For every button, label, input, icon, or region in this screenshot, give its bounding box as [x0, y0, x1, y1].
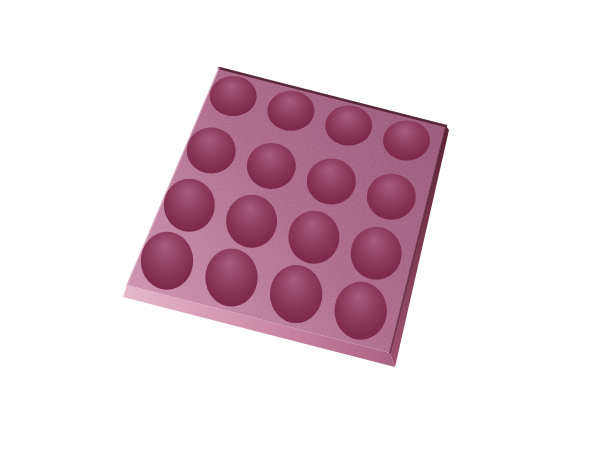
hole-r1c2 — [267, 91, 314, 131]
hole-r2c1 — [187, 128, 236, 174]
hole-r2c4 — [367, 174, 416, 220]
hole-r2c2 — [247, 143, 296, 189]
foam-tray-photo — [0, 0, 600, 450]
hole-r3c1 — [164, 179, 215, 232]
hole-r3c2 — [226, 195, 277, 248]
hole-r4c1 — [141, 232, 193, 290]
hole-r1c1 — [210, 76, 257, 116]
foam-tray — [123, 68, 449, 367]
hole-r4c3 — [270, 265, 322, 323]
hole-r4c4 — [335, 282, 387, 340]
hole-r1c3 — [325, 106, 372, 146]
hole-r2c3 — [307, 158, 356, 204]
hole-r4c2 — [205, 249, 257, 307]
product-photo — [0, 0, 600, 450]
hole-r1c4 — [383, 120, 430, 160]
hole-r3c3 — [288, 211, 339, 264]
hole-r3c4 — [351, 227, 402, 280]
